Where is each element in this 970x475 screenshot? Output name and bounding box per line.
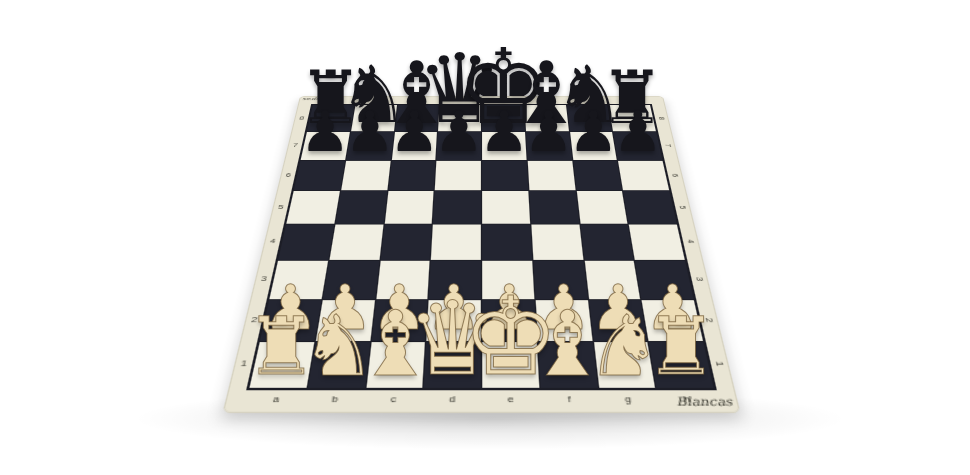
square-a4 — [278, 225, 334, 260]
chess-board — [246, 104, 717, 390]
square-c7 — [391, 132, 437, 160]
square-e5 — [482, 191, 530, 223]
square-d2 — [427, 300, 481, 342]
square-g6 — [573, 160, 622, 190]
rank-label-left-3: 3 — [255, 274, 272, 283]
square-f4 — [531, 225, 583, 260]
square-f8 — [524, 105, 568, 131]
white-side-label: Blancas — [675, 395, 734, 408]
square-f5 — [529, 191, 579, 223]
square-b7 — [346, 132, 393, 160]
square-c5 — [384, 191, 434, 223]
square-f2 — [535, 300, 592, 342]
rank-label-right-4: 4 — [683, 237, 697, 247]
square-g1 — [593, 342, 655, 388]
square-c2 — [371, 300, 428, 342]
square-h8 — [609, 105, 656, 131]
rank-label-left-7: 7 — [288, 142, 302, 149]
rank-label-right-8: 8 — [655, 114, 667, 122]
square-c3 — [376, 261, 430, 299]
square-e3 — [482, 261, 534, 299]
square-h6 — [618, 160, 669, 190]
square-e6 — [482, 160, 528, 190]
rank-label-left-1: 1 — [234, 359, 253, 370]
square-e8 — [482, 105, 525, 131]
square-g4 — [580, 225, 634, 260]
square-h7 — [613, 132, 662, 160]
square-g5 — [576, 191, 627, 223]
square-a8 — [307, 105, 354, 131]
square-b3 — [323, 261, 379, 299]
square-b6 — [341, 160, 390, 190]
file-label-a: a — [266, 394, 285, 406]
square-b8 — [351, 105, 397, 131]
file-label-c: c — [384, 394, 402, 406]
chess-mat: 8877665544332211abcdefgh Blancas Negras — [222, 96, 740, 413]
square-h4 — [629, 225, 685, 260]
square-a2 — [260, 300, 321, 342]
square-e4 — [482, 225, 532, 260]
square-g7 — [570, 132, 617, 160]
square-a1 — [249, 342, 314, 388]
square-d8 — [438, 105, 481, 131]
square-f6 — [527, 160, 575, 190]
square-d7 — [437, 132, 481, 160]
square-a5 — [286, 191, 339, 223]
square-a7 — [301, 132, 350, 160]
square-a6 — [294, 160, 345, 190]
rank-label-left-2: 2 — [245, 315, 263, 325]
square-e2 — [482, 300, 536, 342]
square-b1 — [308, 342, 370, 388]
black-side-label: Negras — [303, 97, 330, 102]
square-h5 — [623, 191, 676, 223]
square-e1 — [482, 342, 539, 388]
rank-label-right-1: 1 — [711, 357, 728, 370]
file-label-d: d — [443, 394, 460, 406]
rank-label-right-5: 5 — [675, 202, 689, 212]
square-b5 — [335, 191, 386, 223]
square-e7 — [482, 132, 526, 160]
file-label-f: f — [561, 394, 579, 406]
square-g2 — [589, 300, 648, 342]
file-label-e: e — [502, 394, 519, 406]
square-f3 — [533, 261, 587, 299]
square-f7 — [526, 132, 572, 160]
rank-label-left-6: 6 — [281, 172, 296, 179]
file-label-g: g — [619, 394, 638, 406]
rank-label-right-6: 6 — [668, 171, 681, 180]
rank-label-right-2: 2 — [701, 314, 717, 326]
rank-label-left-8: 8 — [295, 115, 309, 121]
rank-label-left-5: 5 — [273, 203, 289, 211]
square-c8 — [395, 105, 439, 131]
square-d4 — [431, 225, 481, 260]
square-f1 — [538, 342, 597, 388]
square-d3 — [429, 261, 481, 299]
rank-label-left-4: 4 — [264, 237, 280, 246]
square-h3 — [635, 261, 693, 299]
square-c6 — [388, 160, 436, 190]
square-c1 — [366, 342, 425, 388]
square-g3 — [584, 261, 640, 299]
square-b2 — [315, 300, 374, 342]
rank-label-right-3: 3 — [692, 273, 707, 284]
square-d1 — [424, 342, 481, 388]
chess-set-photo: 8877665544332211abcdefgh Blancas Negras … — [0, 0, 970, 475]
square-g8 — [567, 105, 613, 131]
square-h2 — [642, 300, 703, 342]
file-label-b: b — [325, 394, 344, 406]
square-b4 — [329, 225, 383, 260]
square-c4 — [380, 225, 432, 260]
square-d6 — [435, 160, 481, 190]
rank-label-right-7: 7 — [661, 142, 674, 150]
square-h1 — [649, 342, 714, 388]
square-a3 — [269, 261, 327, 299]
square-d5 — [433, 191, 481, 223]
